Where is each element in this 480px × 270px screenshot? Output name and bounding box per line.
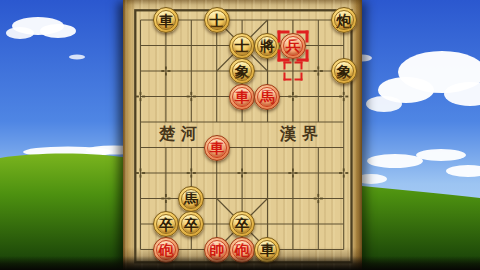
piece-glyph: 兵 bbox=[285, 39, 300, 54]
piece-glyph: 卒 bbox=[184, 217, 199, 232]
piece-red-general[interactable]: 帥 bbox=[204, 237, 230, 263]
xiangqi-game-screen: 楚河 漢界 車士炮士將兵象象車馬車馬卒卒卒砲帥砲車 bbox=[0, 0, 480, 270]
pieces-layer[interactable]: 車士炮士將兵象象車馬車馬卒卒卒砲帥砲車 bbox=[128, 7, 357, 262]
piece-black-soldier[interactable]: 卒 bbox=[229, 211, 255, 237]
piece-glyph: 砲 bbox=[235, 243, 250, 258]
piece-glyph: 車 bbox=[158, 13, 173, 28]
piece-black-chariot[interactable]: 車 bbox=[153, 7, 179, 33]
piece-red-chariot[interactable]: 車 bbox=[204, 135, 230, 161]
piece-glyph: 馬 bbox=[260, 90, 275, 105]
xiangqi-board[interactable]: 楚河 漢界 車士炮士將兵象象車馬車馬卒卒卒砲帥砲車 bbox=[123, 0, 362, 270]
piece-glyph: 將 bbox=[260, 39, 275, 54]
piece-glyph: 砲 bbox=[158, 243, 173, 258]
piece-red-horse[interactable]: 馬 bbox=[254, 84, 280, 110]
piece-glyph: 車 bbox=[260, 243, 275, 258]
piece-black-soldier[interactable]: 卒 bbox=[153, 211, 179, 237]
piece-red-cannon[interactable]: 砲 bbox=[229, 237, 255, 263]
piece-glyph: 象 bbox=[235, 64, 250, 79]
piece-glyph: 帥 bbox=[209, 243, 224, 258]
piece-glyph: 馬 bbox=[184, 192, 199, 207]
piece-red-cannon[interactable]: 砲 bbox=[153, 237, 179, 263]
piece-black-elephant[interactable]: 象 bbox=[229, 58, 255, 84]
piece-black-advisor[interactable]: 士 bbox=[204, 7, 230, 33]
piece-glyph: 卒 bbox=[158, 217, 173, 232]
piece-red-soldier[interactable]: 兵 bbox=[280, 33, 306, 59]
piece-black-elephant[interactable]: 象 bbox=[331, 58, 357, 84]
piece-black-horse[interactable]: 馬 bbox=[178, 186, 204, 212]
piece-black-general[interactable]: 將 bbox=[254, 33, 280, 59]
piece-black-cannon[interactable]: 炮 bbox=[331, 7, 357, 33]
piece-black-chariot[interactable]: 車 bbox=[254, 237, 280, 263]
piece-glyph: 卒 bbox=[235, 217, 250, 232]
piece-glyph: 車 bbox=[235, 90, 250, 105]
piece-black-advisor[interactable]: 士 bbox=[229, 33, 255, 59]
piece-glyph: 士 bbox=[209, 13, 224, 28]
piece-black-soldier[interactable]: 卒 bbox=[178, 211, 204, 237]
piece-glyph: 車 bbox=[209, 141, 224, 156]
piece-glyph: 士 bbox=[235, 39, 250, 54]
piece-glyph: 象 bbox=[336, 64, 351, 79]
piece-red-chariot[interactable]: 車 bbox=[229, 84, 255, 110]
piece-glyph: 炮 bbox=[336, 13, 351, 28]
